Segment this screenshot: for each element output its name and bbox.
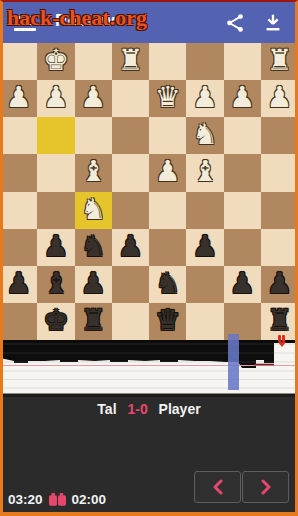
square-c2[interactable]: ♟ — [186, 80, 223, 117]
square-f4[interactable]: ♝ — [75, 154, 112, 191]
square-e1[interactable]: ♜ — [112, 43, 149, 80]
square-b6[interactable] — [224, 229, 261, 266]
square-a7[interactable]: ♟ — [261, 266, 298, 303]
square-c7[interactable] — [186, 266, 223, 303]
square-d4[interactable]: ♟ — [149, 154, 186, 191]
piece-bK: ♚ — [43, 306, 69, 335]
piece-wP: ♟ — [192, 83, 218, 112]
square-e6[interactable]: ♟ — [112, 229, 149, 266]
square-h6[interactable] — [0, 229, 37, 266]
piece-wR: ♜ — [117, 46, 143, 75]
square-f8[interactable]: ♜ — [75, 303, 112, 340]
piece-wB: ♝ — [80, 157, 106, 186]
square-b7[interactable]: ♟ — [224, 266, 261, 303]
square-d6[interactable] — [149, 229, 186, 266]
piece-wP: ♟ — [155, 157, 181, 186]
piece-bP: ♟ — [192, 232, 218, 261]
next-move-button[interactable] — [242, 471, 289, 503]
square-c5[interactable] — [186, 192, 223, 229]
piece-wN: ♞ — [192, 120, 218, 149]
square-d8[interactable]: ♛ — [149, 303, 186, 340]
bottom-panel: Tal 1-0 Player 03:20 02:00 — [0, 397, 298, 516]
piece-wQ: ♛ — [155, 83, 181, 112]
square-g3[interactable] — [37, 117, 74, 154]
square-b5[interactable] — [224, 192, 261, 229]
square-d5[interactable] — [149, 192, 186, 229]
square-f2[interactable]: ♟ — [75, 80, 112, 117]
square-f6[interactable]: ♞ — [75, 229, 112, 266]
piece-wP: ♟ — [6, 83, 32, 112]
square-b4[interactable] — [224, 154, 261, 191]
square-e2[interactable] — [112, 80, 149, 117]
square-h5[interactable] — [0, 192, 37, 229]
blunder-marker-icon — [277, 335, 286, 347]
square-b1[interactable] — [224, 43, 261, 80]
piece-bR: ♜ — [80, 306, 106, 335]
square-c8[interactable] — [186, 303, 223, 340]
black-clock: 02:00 — [72, 492, 107, 507]
square-f7[interactable]: ♟ — [75, 266, 112, 303]
black-player-name: Player — [159, 401, 201, 417]
square-a1[interactable]: ♜ — [261, 43, 298, 80]
square-b2[interactable]: ♟ — [224, 80, 261, 117]
piece-bN: ♞ — [80, 232, 106, 261]
square-a4[interactable] — [261, 154, 298, 191]
piece-bP: ♟ — [80, 269, 106, 298]
square-g1[interactable]: ♚ — [37, 43, 74, 80]
square-c6[interactable]: ♟ — [186, 229, 223, 266]
piece-bB: ♝ — [43, 269, 69, 298]
square-d1[interactable] — [149, 43, 186, 80]
game-result: Tal 1-0 Player — [0, 401, 298, 417]
square-c1[interactable] — [186, 43, 223, 80]
piece-bN: ♞ — [155, 269, 181, 298]
clock-display: 03:20 02:00 — [8, 492, 106, 507]
square-b3[interactable] — [224, 117, 261, 154]
piece-wP: ♟ — [229, 83, 255, 112]
share-icon[interactable] — [224, 12, 246, 34]
chevron-left-icon — [211, 479, 225, 495]
piece-wP: ♟ — [80, 83, 106, 112]
square-e5[interactable] — [112, 192, 149, 229]
square-h2[interactable]: ♟ — [0, 80, 37, 117]
piece-wK: ♚ — [43, 46, 69, 75]
square-d2[interactable]: ♛ — [149, 80, 186, 117]
square-g8[interactable]: ♚ — [37, 303, 74, 340]
square-g2[interactable]: ♟ — [37, 80, 74, 117]
square-e8[interactable] — [112, 303, 149, 340]
piece-wB: ♝ — [192, 157, 218, 186]
piece-wR: ♜ — [266, 46, 292, 75]
square-d7[interactable]: ♞ — [149, 266, 186, 303]
previous-move-button[interactable] — [194, 471, 241, 503]
square-h1[interactable] — [0, 43, 37, 80]
square-a6[interactable] — [261, 229, 298, 266]
square-e3[interactable] — [112, 117, 149, 154]
square-d3[interactable] — [149, 117, 186, 154]
piece-bR: ♜ — [266, 306, 292, 335]
piece-wP: ♟ — [43, 83, 69, 112]
white-player-name: Tal — [97, 401, 116, 417]
square-e4[interactable] — [112, 154, 149, 191]
square-g7[interactable]: ♝ — [37, 266, 74, 303]
evaluation-graph[interactable] — [0, 342, 298, 397]
square-g4[interactable] — [37, 154, 74, 191]
chess-board: ♚♜♜♟♟♟♛♟♟♟♞♝♟♝♞♟♞♟♟♟♝♟♞♟♟♚♜♛♜ — [0, 43, 298, 340]
white-clock: 03:20 — [8, 492, 43, 507]
piece-bP: ♟ — [43, 232, 69, 261]
square-c3[interactable]: ♞ — [186, 117, 223, 154]
square-c4[interactable]: ♝ — [186, 154, 223, 191]
square-h8[interactable] — [0, 303, 37, 340]
piece-bQ: ♛ — [155, 306, 181, 335]
square-f3[interactable] — [75, 117, 112, 154]
chess-clock-icon — [49, 493, 66, 506]
piece-bP: ♟ — [266, 269, 292, 298]
square-g6[interactable]: ♟ — [37, 229, 74, 266]
square-g5[interactable] — [37, 192, 74, 229]
square-h4[interactable] — [0, 154, 37, 191]
piece-wN: ♞ — [80, 195, 106, 224]
watermark: hack-cheat.org — [7, 5, 147, 31]
app-screen: hack-cheat.org Review ♚♜♜♟♟♟♛♟♟♟♞♝♟♝♞♟♞♟… — [0, 0, 298, 516]
piece-bP: ♟ — [117, 232, 143, 261]
square-e7[interactable] — [112, 266, 149, 303]
square-h7[interactable]: ♟ — [0, 266, 37, 303]
chevron-right-icon — [259, 479, 273, 495]
current-move-cursor — [228, 334, 239, 390]
square-f1[interactable] — [75, 43, 112, 80]
piece-bP: ♟ — [229, 269, 255, 298]
square-a2[interactable]: ♟ — [261, 80, 298, 117]
piece-bP: ♟ — [6, 269, 32, 298]
result-score: 1-0 — [127, 401, 147, 417]
piece-wP: ♟ — [266, 83, 292, 112]
square-h3[interactable] — [0, 117, 37, 154]
download-icon[interactable] — [262, 12, 284, 34]
square-a5[interactable] — [261, 192, 298, 229]
square-a3[interactable] — [261, 117, 298, 154]
square-f5[interactable]: ♞ — [75, 192, 112, 229]
